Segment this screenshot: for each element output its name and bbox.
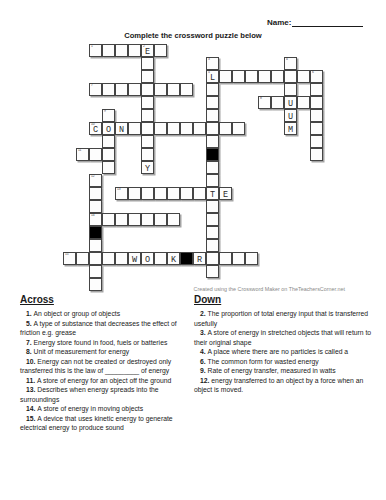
grid-cell[interactable]	[219, 252, 232, 265]
grid-cell[interactable]	[284, 70, 297, 83]
clue-item: 15. A device that uses kinetic energy to…	[20, 414, 198, 433]
clue-item: 14. A store of energy in moving objects	[20, 404, 198, 414]
grid-cell[interactable]: T	[206, 187, 219, 200]
grid-cell[interactable]	[310, 109, 323, 122]
crossword-grid: 12E345L678U9U10CONM11Y1213TE1415WOKR	[63, 44, 323, 291]
grid-cell[interactable]: 9	[102, 109, 115, 122]
grid-cell[interactable]	[141, 109, 154, 122]
grid-cell[interactable]	[141, 96, 154, 109]
grid-cell[interactable]	[115, 83, 128, 96]
given-letter: T	[207, 188, 218, 200]
clue-number: 13.	[26, 386, 37, 393]
given-letter: K	[168, 253, 179, 265]
credit-line: Created using the Crossword Maker on The…	[0, 286, 345, 292]
cell-number: 6	[312, 70, 314, 74]
clue-item: 7. Energy store found in food, fuels or …	[20, 338, 198, 348]
grid-cell[interactable]	[154, 83, 167, 96]
across-clues-section: Across 1. An object or group of objects5…	[20, 293, 198, 433]
grid-cell[interactable]	[310, 148, 323, 161]
grid-cell[interactable]	[102, 148, 115, 161]
clue-number: 2.	[200, 310, 208, 317]
grid-cell[interactable]	[206, 200, 219, 213]
grid-cell[interactable]	[206, 213, 219, 226]
grid-cell[interactable]: 13	[115, 187, 128, 200]
blocked-cell	[180, 252, 193, 265]
grid-cell[interactable]	[89, 187, 102, 200]
grid-cell[interactable]	[232, 252, 245, 265]
name-row: Name:	[267, 17, 363, 27]
given-letter: W	[129, 253, 140, 265]
clue-number: 5.	[26, 320, 34, 327]
cell-number: 15	[65, 252, 69, 256]
grid-cell[interactable]: W	[128, 252, 141, 265]
clue-item: 5. A type of substance that decreases th…	[20, 319, 198, 338]
given-letter: M	[285, 123, 296, 135]
grid-cell[interactable]	[219, 70, 232, 83]
grid-cell[interactable]: R	[193, 252, 206, 265]
grid-cell[interactable]: 12	[89, 174, 102, 187]
grid-cell[interactable]	[297, 96, 310, 109]
clue-number: 15.	[26, 415, 37, 422]
grid-cell[interactable]	[102, 213, 115, 226]
grid-cell[interactable]: 11	[76, 148, 89, 161]
grid-cell[interactable]	[180, 187, 193, 200]
grid-cell[interactable]: K	[167, 252, 180, 265]
cell-number: 7	[91, 83, 93, 87]
grid-cell[interactable]	[128, 187, 141, 200]
grid-cell[interactable]	[102, 135, 115, 148]
grid-cell[interactable]: 14	[89, 213, 102, 226]
clue-number: 14.	[26, 405, 37, 412]
name-label: Name:	[267, 18, 291, 27]
grid-cell[interactable]: M	[284, 122, 297, 135]
cell-number: 8	[260, 96, 262, 100]
grid-cell[interactable]	[206, 96, 219, 109]
cell-number: 11	[78, 148, 81, 152]
grid-cell[interactable]	[102, 252, 115, 265]
cell-number: 9	[104, 109, 106, 113]
grid-cell[interactable]	[206, 122, 219, 135]
given-letter: O	[103, 123, 114, 135]
grid-cell[interactable]: 8	[258, 96, 271, 109]
clue-number: 9.	[200, 367, 208, 374]
across-heading: Across	[20, 293, 198, 307]
grid-cell[interactable]	[89, 239, 102, 252]
grid-cell[interactable]	[245, 252, 258, 265]
clue-item: 6. The common form for wasted energy	[194, 357, 374, 367]
name-input-line[interactable]	[292, 17, 363, 27]
grid-cell[interactable]	[206, 252, 219, 265]
grid-cell[interactable]: 2E	[141, 44, 154, 57]
grid-cell[interactable]	[141, 122, 154, 135]
down-clue-list: 2. The proportion of total energy input …	[194, 309, 374, 395]
grid-cell[interactable]	[180, 83, 193, 96]
grid-cell[interactable]	[284, 83, 297, 96]
grid-cell[interactable]	[258, 70, 271, 83]
blocked-cell	[89, 226, 102, 239]
grid-cell[interactable]	[167, 122, 180, 135]
grid-cell[interactable]	[89, 265, 102, 278]
grid-cell[interactable]	[232, 70, 245, 83]
grid-cell[interactable]	[89, 200, 102, 213]
grid-cell[interactable]	[154, 187, 167, 200]
grid-cell[interactable]	[141, 187, 154, 200]
grid-cell[interactable]: Y	[141, 161, 154, 174]
grid-cell[interactable]	[154, 122, 167, 135]
grid-cell[interactable]	[167, 187, 180, 200]
grid-cell[interactable]	[115, 213, 128, 226]
clue-number: 1.	[26, 310, 34, 317]
grid-cell[interactable]	[310, 122, 323, 135]
cell-number: 4	[286, 57, 288, 61]
grid-cell[interactable]: O	[102, 122, 115, 135]
grid-cell[interactable]	[232, 122, 245, 135]
grid-cell[interactable]: O	[141, 252, 154, 265]
grid-cell[interactable]	[141, 83, 154, 96]
down-clues-section: Down 2. The proportion of total energy i…	[194, 293, 374, 395]
clue-item: 8. Unit of measurement for energy	[20, 347, 198, 357]
grid-cell[interactable]: 4	[284, 57, 297, 70]
blocked-cell	[206, 148, 219, 161]
grid-cell[interactable]	[206, 226, 219, 239]
grid-cell[interactable]: 3	[206, 57, 219, 70]
grid-cell[interactable]	[102, 83, 115, 96]
grid-cell[interactable]	[206, 239, 219, 252]
clue-item: 3. A store of energy in stretched object…	[194, 328, 374, 347]
clue-item: 1. An object or group of objects	[20, 309, 198, 319]
across-clue-list: 1. An object or group of objects5. A typ…	[20, 309, 198, 433]
clue-number: 11.	[26, 377, 37, 384]
cell-number: 3	[208, 57, 210, 61]
grid-cell[interactable]: 10C	[89, 122, 102, 135]
grid-cell[interactable]	[102, 161, 115, 174]
grid-cell[interactable]: U	[284, 96, 297, 109]
grid-cell[interactable]: 6	[310, 70, 323, 83]
grid-cell[interactable]	[206, 174, 219, 187]
clue-number: 12.	[200, 377, 211, 384]
clue-item: 13. Describes when energy spreads into t…	[20, 385, 198, 404]
given-letter: U	[285, 97, 296, 109]
clue-item: 12. energy transferred to an object by a…	[194, 376, 374, 395]
grid-cell[interactable]	[167, 213, 180, 226]
grid-cell[interactable]: N	[115, 122, 128, 135]
grid-cell[interactable]	[154, 44, 167, 57]
grid-cell[interactable]	[128, 213, 141, 226]
grid-cell[interactable]	[180, 122, 193, 135]
clue-number: 10.	[26, 358, 37, 365]
grid-cell[interactable]	[310, 96, 323, 109]
grid-cell[interactable]	[141, 70, 154, 83]
given-letter: Y	[142, 162, 153, 174]
page-title: Complete the crossword puzzle below	[0, 31, 386, 40]
given-letter: N	[116, 123, 127, 135]
given-letter: E	[220, 188, 231, 200]
grid-cell[interactable]: 1	[89, 44, 102, 57]
grid-cell[interactable]: U	[284, 109, 297, 122]
grid-cell[interactable]	[141, 213, 154, 226]
grid-cell[interactable]	[128, 44, 141, 57]
clue-item: 10. Energy can not be created or destroy…	[20, 357, 198, 376]
grid-cell[interactable]	[167, 83, 180, 96]
grid-cell[interactable]	[297, 70, 310, 83]
clue-number: 3.	[200, 329, 208, 336]
grid-cell[interactable]	[310, 83, 323, 96]
grid-cell[interactable]: 5L	[206, 70, 219, 83]
grid-cell[interactable]	[115, 44, 128, 57]
grid-cell[interactable]	[128, 83, 141, 96]
cell-number: 14	[91, 213, 95, 217]
cell-number: 12	[91, 174, 95, 178]
grid-cell[interactable]	[141, 148, 154, 161]
given-letter: O	[142, 253, 153, 265]
clue-item: 4. A place where there are no particles …	[194, 347, 374, 357]
given-letter: U	[285, 110, 296, 122]
grid-cell[interactable]	[245, 70, 258, 83]
grid-cell[interactable]	[310, 135, 323, 148]
grid-cell[interactable]: 15	[63, 252, 76, 265]
clue-number: 8.	[26, 348, 34, 355]
clue-number: 6.	[200, 358, 208, 365]
grid-cell[interactable]	[206, 83, 219, 96]
grid-cell[interactable]	[115, 252, 128, 265]
clue-number: 7.	[26, 339, 34, 346]
grid-cell[interactable]	[206, 109, 219, 122]
given-letter: L	[207, 71, 218, 83]
given-letter: C	[90, 123, 101, 135]
grid-cell[interactable]	[128, 122, 141, 135]
clue-number: 4.	[200, 348, 208, 355]
cell-number: 1	[91, 44, 93, 48]
grid-cell[interactable]	[89, 252, 102, 265]
grid-cell[interactable]	[219, 122, 232, 135]
clue-item: 2. The proportion of total energy input …	[194, 309, 374, 328]
clue-item: 11. A store of energy for an object off …	[20, 376, 198, 386]
grid-cell[interactable]: E	[219, 187, 232, 200]
grid-cell[interactable]	[76, 252, 89, 265]
worksheet-page: Name: Complete the crossword puzzle belo…	[0, 0, 386, 500]
grid-cell[interactable]	[141, 57, 154, 70]
grid-cell[interactable]	[206, 161, 219, 174]
grid-cell[interactable]	[102, 44, 115, 57]
cell-number: 13	[117, 187, 121, 191]
given-letter: R	[194, 253, 205, 265]
grid-cell[interactable]	[89, 148, 102, 161]
grid-cell[interactable]: 7	[89, 83, 102, 96]
grid-cell[interactable]	[206, 135, 219, 148]
given-letter: E	[142, 45, 153, 57]
grid-cell[interactable]	[271, 96, 284, 109]
grid-cell[interactable]	[193, 122, 206, 135]
grid-cell[interactable]	[154, 213, 167, 226]
grid-cell[interactable]	[154, 252, 167, 265]
grid-cell[interactable]	[206, 265, 219, 278]
grid-cell[interactable]	[271, 70, 284, 83]
clue-item: 9. Rate of energy transfer, measured in …	[194, 366, 374, 376]
down-heading: Down	[194, 293, 374, 307]
grid-cell[interactable]	[193, 187, 206, 200]
grid-cell[interactable]	[141, 135, 154, 148]
